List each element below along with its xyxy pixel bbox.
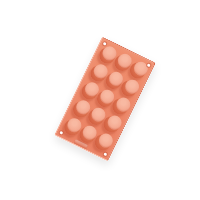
corner-hole-bottom [103, 152, 107, 156]
cavity-grid [60, 43, 151, 156]
product-photo [0, 0, 200, 200]
corner-hole-right [147, 63, 151, 67]
silicone-mold [54, 36, 156, 161]
